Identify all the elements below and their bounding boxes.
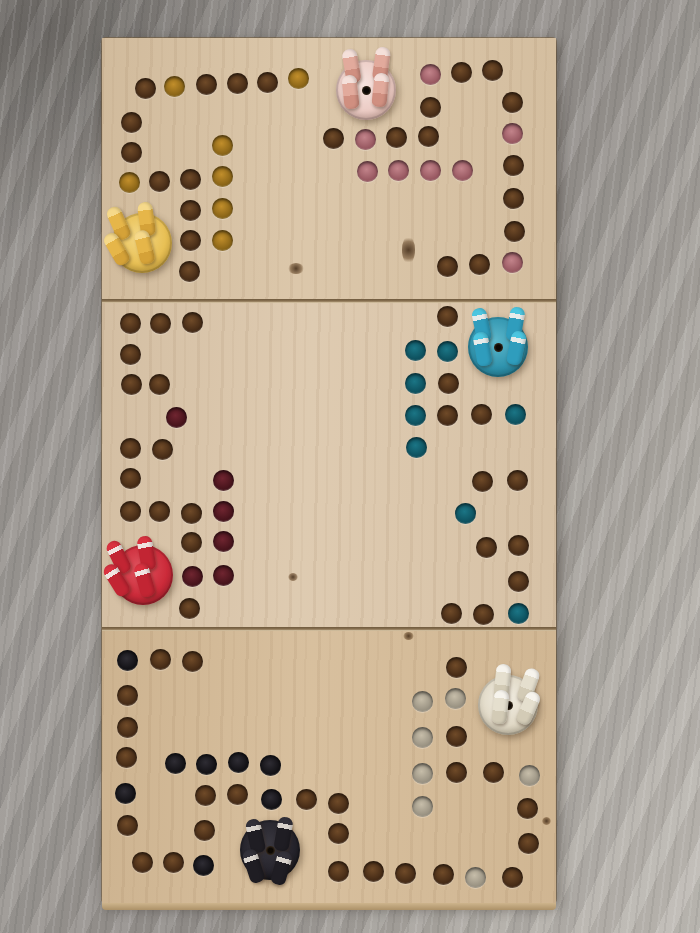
photo-scene [0,0,700,933]
track-hole-b[interactable] [323,128,344,149]
track-hole-b[interactable] [179,261,200,282]
track-hole-k[interactable] [117,650,138,671]
track-hole-y[interactable] [212,198,233,219]
track-hole-b[interactable] [296,789,317,810]
track-hole-w[interactable] [412,763,433,784]
track-hole-b[interactable] [441,603,462,624]
track-hole-t[interactable] [406,437,427,458]
track-hole-b[interactable] [471,404,492,425]
track-hole-r[interactable] [213,565,234,586]
track-hole-p[interactable] [420,160,441,181]
track-hole-b[interactable] [502,867,523,888]
track-hole-r[interactable] [213,470,234,491]
track-hole-b[interactable] [451,62,472,83]
track-hole-r[interactable] [166,407,187,428]
wood-knot [288,263,304,274]
track-hole-b[interactable] [420,97,441,118]
track-hole-b[interactable] [227,73,248,94]
track-hole-p[interactable] [502,252,523,273]
track-hole-w[interactable] [412,727,433,748]
track-hole-b[interactable] [149,171,170,192]
track-hole-t[interactable] [455,503,476,524]
track-hole-y[interactable] [119,172,140,193]
track-hole-k[interactable] [193,855,214,876]
track-hole-t[interactable] [508,603,529,624]
track-hole-b[interactable] [195,785,216,806]
track-hole-w[interactable] [519,765,540,786]
track-hole-b[interactable] [120,344,141,365]
track-hole-b[interactable] [446,726,467,747]
track-hole-b[interactable] [446,762,467,783]
track-hole-t[interactable] [405,340,426,361]
track-hole-p[interactable] [388,160,409,181]
wood-knot [402,236,415,264]
track-hole-y[interactable] [212,135,233,156]
track-hole-b[interactable] [395,863,416,884]
track-hole-b[interactable] [180,200,201,221]
track-hole-b[interactable] [437,405,458,426]
track-hole-b[interactable] [437,256,458,277]
track-hole-k[interactable] [115,783,136,804]
track-hole-w[interactable] [412,691,433,712]
track-hole-b[interactable] [503,155,524,176]
track-hole-b[interactable] [181,503,202,524]
wood-knot [403,632,414,640]
track-hole-k[interactable] [196,754,217,775]
track-hole-b[interactable] [179,598,200,619]
track-hole-b[interactable] [163,852,184,873]
track-hole-b[interactable] [328,793,349,814]
panel-hinge-seam-1 [102,299,556,303]
track-hole-p[interactable] [357,161,378,182]
track-hole-b[interactable] [504,221,525,242]
track-hole-k[interactable] [261,789,282,810]
track-hole-b[interactable] [476,537,497,558]
track-hole-p[interactable] [355,129,376,150]
track-hole-p[interactable] [452,160,473,181]
track-hole-b[interactable] [438,373,459,394]
wood-knot [288,573,298,581]
track-hole-b[interactable] [120,438,141,459]
board-side-edge [102,903,556,910]
wood-knot [542,817,551,825]
track-hole-t[interactable] [437,341,458,362]
track-hole-b[interactable] [472,471,493,492]
track-hole-b[interactable] [518,833,539,854]
track-hole-b[interactable] [121,112,142,133]
track-hole-b[interactable] [117,815,138,836]
track-hole-b[interactable] [433,864,454,885]
track-hole-b[interactable] [180,169,201,190]
track-hole-b[interactable] [507,470,528,491]
track-hole-t[interactable] [405,405,426,426]
track-hole-b[interactable] [180,230,201,251]
track-hole-b[interactable] [196,74,217,95]
track-hole-b[interactable] [182,312,203,333]
track-hole-p[interactable] [502,123,523,144]
track-hole-b[interactable] [116,747,137,768]
track-hole-t[interactable] [405,373,426,394]
track-hole-b[interactable] [120,501,141,522]
base-center-hole [266,846,275,855]
track-hole-b[interactable] [386,127,407,148]
white-peg[interactable] [491,689,509,724]
track-hole-b[interactable] [473,604,494,625]
track-hole-y[interactable] [212,230,233,251]
track-hole-w[interactable] [465,867,486,888]
track-hole-b[interactable] [437,306,458,327]
track-hole-y[interactable] [212,166,233,187]
track-hole-b[interactable] [120,313,141,334]
track-hole-r[interactable] [182,566,203,587]
track-hole-b[interactable] [508,535,529,556]
track-hole-b[interactable] [120,468,141,489]
track-hole-b[interactable] [257,72,278,93]
track-hole-w[interactable] [412,796,433,817]
track-hole-b[interactable] [121,142,142,163]
base-center-hole [494,343,503,352]
track-hole-b[interactable] [503,188,524,209]
track-hole-b[interactable] [363,861,384,882]
track-hole-b[interactable] [132,852,153,873]
track-hole-k[interactable] [260,755,281,776]
track-hole-b[interactable] [469,254,490,275]
track-hole-b[interactable] [328,823,349,844]
track-hole-b[interactable] [517,798,538,819]
track-hole-b[interactable] [135,78,156,99]
pink-peg[interactable] [371,72,389,107]
pink-peg[interactable] [341,74,359,109]
track-hole-p[interactable] [420,64,441,85]
track-hole-k[interactable] [165,753,186,774]
track-hole-b[interactable] [482,60,503,81]
panel-hinge-seam-2 [102,627,556,631]
track-hole-y[interactable] [164,76,185,97]
track-hole-b[interactable] [328,861,349,882]
track-hole-r[interactable] [213,501,234,522]
track-hole-b[interactable] [150,649,171,670]
track-hole-b[interactable] [152,439,173,460]
track-hole-b[interactable] [117,685,138,706]
track-hole-b[interactable] [149,374,170,395]
track-hole-r[interactable] [213,531,234,552]
track-hole-t[interactable] [505,404,526,425]
track-hole-b[interactable] [418,126,439,147]
track-hole-w[interactable] [445,688,466,709]
track-hole-b[interactable] [182,651,203,672]
track-hole-b[interactable] [121,374,142,395]
track-hole-b[interactable] [446,657,467,678]
track-hole-b[interactable] [117,717,138,738]
track-hole-k[interactable] [228,752,249,773]
track-hole-b[interactable] [194,820,215,841]
track-hole-y[interactable] [288,68,309,89]
track-hole-b[interactable] [508,571,529,592]
track-hole-b[interactable] [181,532,202,553]
track-hole-b[interactable] [227,784,248,805]
track-hole-b[interactable] [502,92,523,113]
base-center-hole [362,86,371,95]
track-hole-b[interactable] [149,501,170,522]
track-hole-b[interactable] [483,762,504,783]
track-hole-b[interactable] [150,313,171,334]
